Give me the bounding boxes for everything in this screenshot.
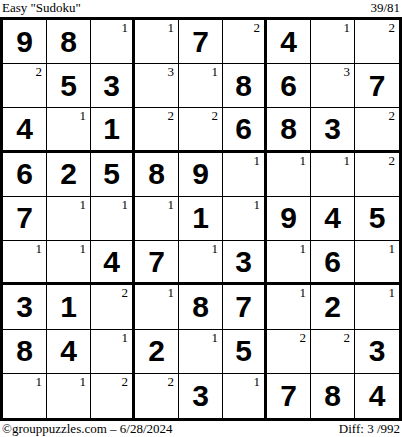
- given-digit: 2: [148, 336, 165, 366]
- pencil-mark: 1: [168, 197, 175, 212]
- cell-r5c9[interactable]: 5: [355, 197, 399, 241]
- cell-r4c4[interactable]: 8: [135, 153, 179, 197]
- given-digit: 8: [324, 381, 341, 411]
- cell-r8c1[interactable]: 8: [3, 330, 47, 374]
- cell-r5c5[interactable]: 1: [179, 197, 223, 241]
- cell-r8c7[interactable]: 2: [267, 330, 311, 374]
- given-digit: 8: [60, 27, 77, 57]
- pencil-mark: 1: [300, 153, 307, 168]
- cell-r4c6[interactable]: 1: [223, 153, 267, 197]
- given-digit: 9: [192, 159, 209, 189]
- pencil-mark: 2: [389, 20, 396, 35]
- cell-r8c8[interactable]: 2: [311, 330, 355, 374]
- cell-r3c3[interactable]: 1: [91, 108, 135, 152]
- cell-r8c2[interactable]: 4: [47, 330, 91, 374]
- pencil-mark: 1: [122, 330, 129, 345]
- pencil-mark: 1: [212, 330, 219, 345]
- given-digit: 4: [280, 27, 297, 57]
- given-digit: 8: [235, 71, 252, 101]
- cell-r7c2[interactable]: 1: [47, 285, 91, 329]
- cell-r7c6[interactable]: 7: [223, 285, 267, 329]
- pencil-mark: 1: [212, 241, 219, 256]
- given-digit: 4: [324, 203, 341, 233]
- cell-r6c5[interactable]: 1: [179, 241, 223, 285]
- pencil-mark: 1: [122, 20, 129, 35]
- pencil-mark: 3: [344, 64, 351, 79]
- given-digit: 6: [16, 159, 33, 189]
- footer: ©grouppuzzles.com – 6/28/2024 Diff: 3 /9…: [0, 421, 402, 437]
- pencil-mark: 1: [254, 153, 261, 168]
- sudoku-board: 9811724122533186374112268326258911127111…: [0, 17, 402, 421]
- given-digit: 5: [103, 159, 120, 189]
- given-digit: 7: [369, 71, 386, 101]
- cell-r5c6[interactable]: 1: [223, 197, 267, 241]
- cell-r3c2[interactable]: 1: [47, 108, 91, 152]
- cell-r3c9[interactable]: 2: [355, 108, 399, 152]
- cell-r3c1[interactable]: 4: [3, 108, 47, 152]
- cell-r1c7[interactable]: 4: [267, 20, 311, 64]
- given-digit: 5: [235, 336, 252, 366]
- cell-r1c8[interactable]: 1: [311, 20, 355, 64]
- pencil-mark: 1: [344, 20, 351, 35]
- cell-r4c5[interactable]: 9: [179, 153, 223, 197]
- cell-r7c4[interactable]: 1: [135, 285, 179, 329]
- cell-r1c2[interactable]: 8: [47, 20, 91, 64]
- given-digit: 4: [16, 114, 33, 144]
- cell-r5c7[interactable]: 9: [267, 197, 311, 241]
- given-digit: 3: [235, 247, 252, 277]
- given-digit: 8: [16, 336, 33, 366]
- given-digit: 6: [324, 247, 341, 277]
- pencil-mark: 1: [168, 285, 175, 300]
- cell-r2c6[interactable]: 8: [223, 64, 267, 108]
- given-digit: 5: [369, 203, 386, 233]
- pencil-mark: 1: [300, 241, 307, 256]
- cell-r9c6[interactable]: 1: [223, 374, 267, 418]
- pencil-mark: 1: [212, 64, 219, 79]
- pencil-mark: 1: [300, 285, 307, 300]
- pencil-mark: 1: [344, 153, 351, 168]
- puzzle-title: Easy "Sudoku": [2, 1, 81, 15]
- given-digit: 1: [192, 203, 209, 233]
- pencil-mark: 2: [122, 374, 129, 389]
- given-digit: 7: [235, 292, 252, 322]
- cell-r5c3[interactable]: 1: [91, 197, 135, 241]
- pencil-mark: 2: [168, 108, 175, 123]
- pencil-mark: 1: [122, 197, 129, 212]
- cell-r1c6[interactable]: 2: [223, 20, 267, 64]
- cell-r6c8[interactable]: 6: [311, 241, 355, 285]
- cell-r6c9[interactable]: 1: [355, 241, 399, 285]
- pencil-mark: 1: [254, 374, 261, 389]
- cell-r9c3[interactable]: 2: [91, 374, 135, 418]
- cell-r6c7[interactable]: 1: [267, 241, 311, 285]
- given-digit: 4: [369, 381, 386, 411]
- cell-r5c4[interactable]: 1: [135, 197, 179, 241]
- pencil-mark: 2: [36, 64, 43, 79]
- given-digit: 7: [192, 27, 209, 57]
- header: Easy "Sudoku" 39/81: [0, 0, 402, 17]
- cell-r3c8[interactable]: 3: [311, 108, 355, 152]
- given-digit: 1: [60, 292, 77, 322]
- cell-r9c4[interactable]: 2: [135, 374, 179, 418]
- cell-r8c9[interactable]: 3: [355, 330, 399, 374]
- pencil-mark: 2: [389, 108, 396, 123]
- cell-r4c9[interactable]: 2: [355, 153, 399, 197]
- pencil-mark: 1: [36, 241, 43, 256]
- cell-r1c1[interactable]: 9: [3, 20, 47, 64]
- cell-r4c3[interactable]: 5: [91, 153, 135, 197]
- given-digit: 2: [60, 159, 77, 189]
- cell-r6c6[interactable]: 3: [223, 241, 267, 285]
- cell-r6c4[interactable]: 7: [135, 241, 179, 285]
- puzzle-page: Easy "Sudoku" 39/81 98117241225331863741…: [0, 0, 402, 437]
- pencil-mark: 3: [168, 64, 175, 79]
- cell-r2c4[interactable]: 3: [135, 64, 179, 108]
- cell-r7c8[interactable]: 2: [311, 285, 355, 329]
- pencil-mark: 2: [168, 374, 175, 389]
- given-digit: 7: [280, 381, 297, 411]
- given-digit: 7: [16, 203, 33, 233]
- given-digit: 3: [103, 71, 120, 101]
- pencil-mark: 1: [80, 108, 87, 123]
- cell-r1c5[interactable]: 7: [179, 20, 223, 64]
- pencil-mark: 2: [212, 108, 219, 123]
- cell-r2c8[interactable]: 3: [311, 64, 355, 108]
- given-digit: 9: [280, 203, 297, 233]
- cell-r3c4[interactable]: 2: [135, 108, 179, 152]
- cell-r9c7[interactable]: 7: [267, 374, 311, 418]
- cell-r1c4[interactable]: 1: [135, 20, 179, 64]
- given-digit: 1: [103, 114, 120, 144]
- cell-r2c7[interactable]: 6: [267, 64, 311, 108]
- cell-r9c9[interactable]: 4: [355, 374, 399, 418]
- given-digit: 3: [369, 336, 386, 366]
- pencil-mark: 1: [80, 197, 87, 212]
- pencil-mark: 2: [389, 153, 396, 168]
- pencil-mark: 2: [122, 285, 129, 300]
- cell-r6c2[interactable]: 1: [47, 241, 91, 285]
- cell-r8c3[interactable]: 1: [91, 330, 135, 374]
- cell-r4c2[interactable]: 2: [47, 153, 91, 197]
- cell-r3c6[interactable]: 6: [223, 108, 267, 152]
- cell-r9c1[interactable]: 1: [3, 374, 47, 418]
- difficulty-label: Diff: 3 /992: [339, 422, 400, 436]
- cell-r8c6[interactable]: 5: [223, 330, 267, 374]
- pencil-mark: 1: [80, 241, 87, 256]
- cell-r1c3[interactable]: 1: [91, 20, 135, 64]
- cell-r8c5[interactable]: 1: [179, 330, 223, 374]
- cell-r9c8[interactable]: 8: [311, 374, 355, 418]
- cell-r6c3[interactable]: 4: [91, 241, 135, 285]
- given-digit: 3: [324, 114, 341, 144]
- given-digit: 9: [16, 27, 33, 57]
- cell-r9c5[interactable]: 3: [179, 374, 223, 418]
- pencil-mark: 1: [36, 374, 43, 389]
- given-digit: 4: [60, 336, 77, 366]
- cell-r3c7[interactable]: 8: [267, 108, 311, 152]
- given-digit: 8: [148, 159, 165, 189]
- given-digit: 3: [192, 381, 209, 411]
- given-digit: 5: [60, 71, 77, 101]
- cell-r4c8[interactable]: 1: [311, 153, 355, 197]
- cell-r7c9[interactable]: 1: [355, 285, 399, 329]
- given-digit: 4: [103, 247, 120, 277]
- cell-r2c9[interactable]: 7: [355, 64, 399, 108]
- cell-r4c1[interactable]: 6: [3, 153, 47, 197]
- cell-r4c7[interactable]: 1: [267, 153, 311, 197]
- pencil-mark: 1: [80, 374, 87, 389]
- pencil-mark: 1: [389, 241, 396, 256]
- cell-r6c1[interactable]: 1: [3, 241, 47, 285]
- cell-r2c3[interactable]: 3: [91, 64, 135, 108]
- cell-r3c5[interactable]: 2: [179, 108, 223, 152]
- given-digit: 2: [324, 292, 341, 322]
- cell-r2c2[interactable]: 5: [47, 64, 91, 108]
- cell-r5c8[interactable]: 4: [311, 197, 355, 241]
- cell-r7c5[interactable]: 8: [179, 285, 223, 329]
- cell-r5c1[interactable]: 7: [3, 197, 47, 241]
- cell-r7c1[interactable]: 3: [3, 285, 47, 329]
- givens-counter: 39/81: [370, 1, 400, 15]
- given-digit: 3: [16, 292, 33, 322]
- pencil-mark: 1: [389, 285, 396, 300]
- given-digit: 7: [148, 247, 165, 277]
- given-digit: 8: [192, 292, 209, 322]
- cell-r1c9[interactable]: 2: [355, 20, 399, 64]
- cell-r7c3[interactable]: 2: [91, 285, 135, 329]
- pencil-mark: 2: [300, 330, 307, 345]
- cell-r8c4[interactable]: 2: [135, 330, 179, 374]
- cell-r9c2[interactable]: 1: [47, 374, 91, 418]
- cell-r7c7[interactable]: 1: [267, 285, 311, 329]
- given-digit: 6: [235, 114, 252, 144]
- cell-r5c2[interactable]: 1: [47, 197, 91, 241]
- cell-r2c1[interactable]: 2: [3, 64, 47, 108]
- pencil-mark: 1: [168, 20, 175, 35]
- copyright-credit: ©grouppuzzles.com – 6/28/2024: [2, 422, 173, 436]
- given-digit: 8: [280, 114, 297, 144]
- pencil-mark: 1: [254, 197, 261, 212]
- pencil-mark: 2: [254, 20, 261, 35]
- cell-r2c5[interactable]: 1: [179, 64, 223, 108]
- given-digit: 6: [280, 71, 297, 101]
- pencil-mark: 2: [344, 330, 351, 345]
